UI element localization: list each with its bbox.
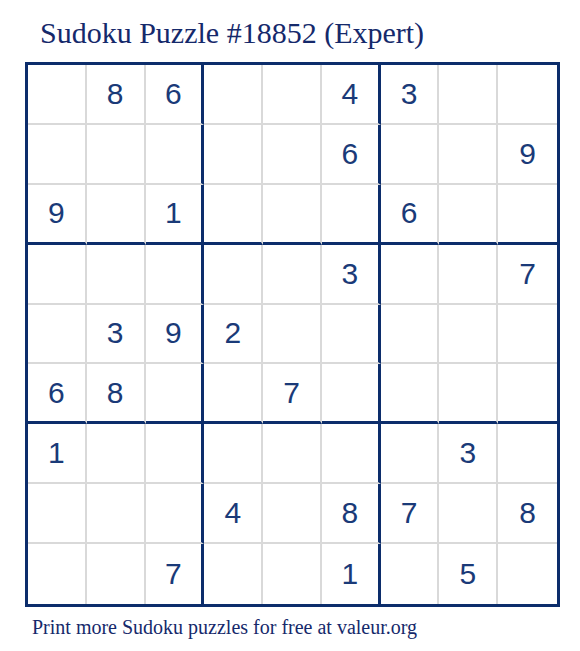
cell-r4c8 — [439, 245, 498, 305]
cell-r7c3 — [146, 424, 205, 484]
cell-r5c5 — [263, 305, 322, 365]
cell-r9c7 — [381, 544, 440, 604]
cell-r6c1: 6 — [28, 364, 87, 424]
cell-r3c9 — [498, 185, 557, 245]
cell-r6c5: 7 — [263, 364, 322, 424]
cell-r6c9 — [498, 364, 557, 424]
cell-r5c2: 3 — [87, 305, 146, 365]
cell-r8c4: 4 — [204, 484, 263, 544]
cell-r7c9 — [498, 424, 557, 484]
cell-r1c8 — [439, 65, 498, 125]
cell-r8c9: 8 — [498, 484, 557, 544]
cell-r4c4 — [204, 245, 263, 305]
cell-r6c4 — [204, 364, 263, 424]
cell-r3c7: 6 — [381, 185, 440, 245]
cell-r1c1 — [28, 65, 87, 125]
cell-r1c2: 8 — [87, 65, 146, 125]
cell-r7c4 — [204, 424, 263, 484]
cell-r5c6 — [322, 305, 381, 365]
cell-r8c6: 8 — [322, 484, 381, 544]
cell-r7c2 — [87, 424, 146, 484]
cell-r2c1 — [28, 125, 87, 185]
cell-r4c2 — [87, 245, 146, 305]
cell-r8c3 — [146, 484, 205, 544]
cell-r1c9 — [498, 65, 557, 125]
cell-r9c8: 5 — [439, 544, 498, 604]
cell-r2c4 — [204, 125, 263, 185]
cell-r9c2 — [87, 544, 146, 604]
cell-r7c1: 1 — [28, 424, 87, 484]
cell-r2c3 — [146, 125, 205, 185]
cell-r6c3 — [146, 364, 205, 424]
cell-r4c6: 3 — [322, 245, 381, 305]
sudoku-page: Sudoku Puzzle #18852 (Expert) 8643699163… — [0, 0, 580, 651]
cell-r3c2 — [87, 185, 146, 245]
cell-r5c3: 9 — [146, 305, 205, 365]
cell-r6c7 — [381, 364, 440, 424]
cell-r6c6 — [322, 364, 381, 424]
cell-r9c6: 1 — [322, 544, 381, 604]
cell-r8c5 — [263, 484, 322, 544]
cell-r4c9: 7 — [498, 245, 557, 305]
cell-r7c8: 3 — [439, 424, 498, 484]
cell-r6c8 — [439, 364, 498, 424]
sudoku-board: 86436991637392687134878715 — [25, 62, 560, 607]
cell-r1c3: 6 — [146, 65, 205, 125]
cell-r4c3 — [146, 245, 205, 305]
cell-r3c5 — [263, 185, 322, 245]
cell-r2c5 — [263, 125, 322, 185]
cell-r4c7 — [381, 245, 440, 305]
cell-r2c2 — [87, 125, 146, 185]
cell-r9c4 — [204, 544, 263, 604]
cell-r5c7 — [381, 305, 440, 365]
cell-r7c7 — [381, 424, 440, 484]
cell-r1c5 — [263, 65, 322, 125]
cell-r6c2: 8 — [87, 364, 146, 424]
cell-r5c1 — [28, 305, 87, 365]
cell-r4c5 — [263, 245, 322, 305]
cell-r3c1: 9 — [28, 185, 87, 245]
cell-r8c7: 7 — [381, 484, 440, 544]
cell-r2c9: 9 — [498, 125, 557, 185]
cell-r9c9 — [498, 544, 557, 604]
cell-r7c5 — [263, 424, 322, 484]
cell-r8c2 — [87, 484, 146, 544]
cell-r1c7: 3 — [381, 65, 440, 125]
cell-r9c1 — [28, 544, 87, 604]
cell-r7c6 — [322, 424, 381, 484]
footer-text: Print more Sudoku puzzles for free at va… — [32, 615, 417, 639]
cell-r2c7 — [381, 125, 440, 185]
cell-r1c6: 4 — [322, 65, 381, 125]
cell-r9c5 — [263, 544, 322, 604]
cell-r5c4: 2 — [204, 305, 263, 365]
cell-r1c4 — [204, 65, 263, 125]
cell-r3c6 — [322, 185, 381, 245]
cell-r3c4 — [204, 185, 263, 245]
cell-r8c8 — [439, 484, 498, 544]
cell-r5c9 — [498, 305, 557, 365]
page-title: Sudoku Puzzle #18852 (Expert) — [40, 17, 424, 49]
cell-r8c1 — [28, 484, 87, 544]
cell-r2c6: 6 — [322, 125, 381, 185]
cell-r9c3: 7 — [146, 544, 205, 604]
cell-r4c1 — [28, 245, 87, 305]
cell-r3c3: 1 — [146, 185, 205, 245]
cell-r3c8 — [439, 185, 498, 245]
cell-r5c8 — [439, 305, 498, 365]
cell-r2c8 — [439, 125, 498, 185]
